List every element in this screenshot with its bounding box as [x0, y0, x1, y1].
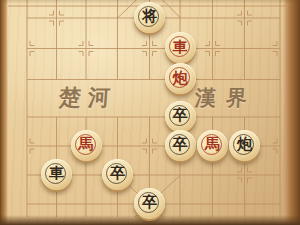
piece-glyph: 卒	[165, 101, 196, 131]
piece-glyph: 卒	[134, 188, 165, 218]
piece-red-horse-2[interactable]: 馬	[71, 130, 102, 161]
piece-black-soldier-4[interactable]: 卒	[134, 188, 165, 219]
piece-red-chariot[interactable]: 車	[165, 32, 196, 63]
river-label-right: 漢界	[194, 84, 258, 112]
river-label-left: 楚河	[58, 83, 118, 113]
piece-black-soldier-1[interactable]: 卒	[165, 101, 196, 132]
piece-red-horse-1[interactable]: 馬	[197, 130, 228, 161]
piece-glyph: 炮	[165, 63, 196, 93]
piece-glyph: 将	[134, 2, 165, 32]
piece-black-soldier-2[interactable]: 卒	[165, 130, 196, 161]
piece-black-chariot[interactable]: 車	[41, 159, 72, 190]
piece-glyph: 車	[41, 159, 72, 189]
piece-glyph: 卒	[102, 159, 133, 189]
piece-black-cannon[interactable]: 炮	[229, 130, 260, 161]
xiangqi-board: 楚河 漢界 将車炮卒卒馬炮馬車卒卒	[0, 0, 300, 225]
piece-red-cannon[interactable]: 炮	[165, 63, 196, 94]
piece-glyph: 炮	[229, 130, 260, 160]
piece-black-soldier-3[interactable]: 卒	[102, 159, 133, 190]
piece-glyph: 車	[165, 32, 196, 62]
piece-glyph: 馬	[197, 130, 228, 160]
piece-glyph: 卒	[165, 130, 196, 160]
piece-black-general[interactable]: 将	[134, 2, 165, 33]
piece-glyph: 馬	[71, 130, 102, 160]
